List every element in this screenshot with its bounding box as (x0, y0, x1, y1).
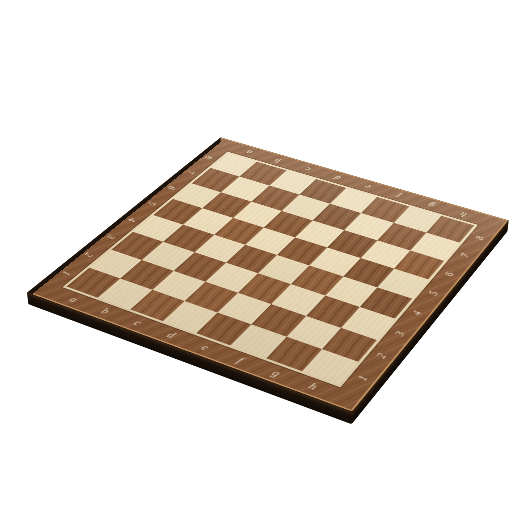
board-frame: abcdefgh abcdefgh 87654321 87654321 (27, 137, 509, 412)
square-b2 (121, 260, 174, 290)
square-f1 (231, 324, 287, 358)
chess-board: abcdefgh abcdefgh 87654321 87654321 (27, 137, 509, 412)
square-e3 (238, 273, 291, 304)
square-g4 (325, 276, 377, 307)
square-f2 (252, 304, 306, 337)
square-f3 (272, 284, 325, 315)
playing-field (62, 152, 478, 388)
square-h1 (302, 349, 358, 385)
square-a1 (67, 268, 121, 298)
square-g1 (266, 336, 322, 371)
coord-label-left-1: 1 (46, 263, 88, 283)
square-h3 (341, 307, 395, 340)
square-h2 (322, 328, 377, 362)
square-g5 (343, 258, 394, 288)
square-d1 (163, 301, 218, 333)
square-c2 (152, 271, 205, 301)
square-f4 (291, 266, 343, 296)
square-d3 (206, 263, 258, 293)
file-labels-bottom: abcdefgh (52, 289, 336, 399)
square-g2 (286, 316, 341, 349)
square-c1 (130, 290, 185, 322)
square-e4 (258, 255, 310, 284)
square-e2 (218, 293, 272, 325)
product-photo-scene: abcdefgh abcdefgh 87654321 87654321 (0, 0, 520, 520)
square-e1 (196, 312, 251, 345)
square-h5 (377, 268, 428, 298)
square-c3 (174, 252, 226, 281)
square-d2 (185, 281, 239, 312)
square-g3 (306, 296, 359, 328)
square-b1 (98, 278, 152, 309)
square-h4 (359, 287, 412, 318)
